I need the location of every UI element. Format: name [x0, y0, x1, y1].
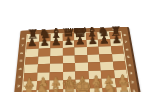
piece-black-pawn[interactable]: ♟ — [50, 35, 62, 47]
piece-layer: ♜♞♝♛♚♝♞♜♟♟♟♟♟♟♟♟♟♟♟♟♟♟♟♟♜♞♝♛♚♝♞♜ — [22, 32, 130, 92]
piece-white-king[interactable]: ♚ — [76, 83, 90, 92]
board-tilt: ABCDEFGH ABCDEFGH 87654321 87654321 ♜♞♝♛… — [13, 27, 140, 92]
piece-black-pawn[interactable]: ♟ — [110, 33, 122, 45]
piece-black-pawn[interactable]: ♟ — [86, 34, 98, 46]
piece-black-pawn[interactable]: ♟ — [98, 34, 110, 46]
piece-white-rook[interactable]: ♜ — [22, 85, 36, 92]
piece-white-rook[interactable]: ♜ — [116, 82, 130, 92]
piece-black-pawn[interactable]: ♟ — [38, 36, 50, 48]
piece-black-pawn[interactable]: ♟ — [74, 35, 86, 47]
rank-label: 1 — [130, 86, 138, 92]
chess-board-scene: ABCDEFGH ABCDEFGH 87654321 87654321 ♜♞♝♛… — [15, 3, 135, 92]
piece-white-bishop[interactable]: ♝ — [89, 83, 103, 92]
rank-label: 1 — [14, 90, 21, 92]
piece-white-knight[interactable]: ♞ — [35, 84, 49, 92]
piece-white-knight[interactable]: ♞ — [103, 82, 117, 92]
rank-label: 4 — [126, 61, 133, 69]
rank-label: 4 — [17, 65, 24, 73]
piece-black-pawn[interactable]: ♟ — [62, 35, 74, 47]
chess-board: ABCDEFGH ABCDEFGH 87654321 87654321 ♜♞♝♛… — [13, 27, 143, 92]
photo-background: ABCDEFGH ABCDEFGH 87654321 87654321 ♜♞♝♛… — [0, 0, 150, 92]
rank-label: 5 — [125, 53, 132, 61]
piece-black-pawn[interactable]: ♟ — [26, 36, 38, 48]
